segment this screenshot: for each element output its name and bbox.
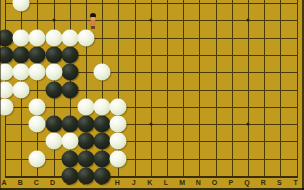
coordinate-label-A: A [1,179,6,186]
white-stone-H3 [110,133,127,150]
player-sprite [88,13,98,29]
black-stone-G2 [94,150,111,167]
coordinate-label-Q: Q [244,179,249,186]
black-stone-E7 [61,64,78,81]
white-stone-D7 [45,64,62,81]
white-stone-F5 [78,98,95,115]
screen-edge-right [302,0,304,190]
star-point-Q4 [247,123,250,126]
coordinate-label-B: B [18,179,23,186]
grid-line-vertical-P [232,0,233,176]
black-stone-G3 [94,133,111,150]
coordinate-label-S: S [277,179,282,186]
grid-line-row-2 [5,159,298,160]
coordinate-label-J: J [132,179,136,186]
white-stone-C4 [29,116,46,133]
coordinate-label-R: R [261,179,266,186]
white-stone-C9 [29,29,46,46]
grid-line-vertical-M [183,0,184,176]
coordinate-label-M: M [179,179,185,186]
grid-line-vertical-L [167,0,168,176]
white-stone-H4 [110,116,127,133]
black-stone-A9 [0,29,14,46]
white-stone-B6 [13,81,30,98]
grid-line-vertical-N [199,0,200,176]
white-stone-D3 [45,133,62,150]
coordinate-label-L: L [164,179,168,186]
black-stone-G4 [94,116,111,133]
coordinate-label-H: H [115,179,120,186]
black-stone-F2 [78,150,95,167]
star-point-Q10 [247,19,250,22]
grid-line-vertical-Q [248,0,249,176]
white-stone-B7 [13,64,30,81]
star-point-K4 [149,123,152,126]
black-stone-F3 [78,133,95,150]
screen-edge-bottom [0,188,304,190]
white-stone-D9 [45,29,62,46]
go-board[interactable]: ABCDEFGHJKLMNOPQRST [0,0,304,190]
black-stone-C8 [29,46,46,63]
white-stone-E9 [61,29,78,46]
white-stone-B9 [13,29,30,46]
white-stone-B11 [13,0,30,12]
coordinate-label-E: E [66,179,71,186]
coordinate-label-G: G [98,179,103,186]
grid-line-row-5 [5,107,298,108]
coordinate-label-F: F [83,179,87,186]
go-app-screen: ABCDEFGHJKLMNOPQRST [0,0,304,190]
white-stone-A5 [0,98,14,115]
black-stone-E2 [61,150,78,167]
black-stone-F4 [78,116,95,133]
white-stone-C2 [29,150,46,167]
grid-line-vertical-O [216,0,217,176]
black-stone-A8 [0,46,14,63]
white-stone-C7 [29,64,46,81]
white-stone-F9 [78,29,95,46]
grid-line-vertical-K [151,0,152,176]
sprite-legs [91,26,95,29]
star-point-D10 [52,19,55,22]
white-stone-E3 [61,133,78,150]
white-stone-A6 [0,81,14,98]
coordinate-label-P: P [228,179,233,186]
black-stone-E8 [61,46,78,63]
coordinate-label-D: D [50,179,55,186]
star-point-K10 [149,19,152,22]
screen-edge-left [0,0,1,190]
black-stone-D4 [45,116,62,133]
coordinate-label-C: C [34,179,39,186]
white-stone-G7 [94,64,111,81]
white-stone-A7 [0,64,14,81]
grid-line-vertical-S [280,0,281,176]
white-stone-H5 [110,98,127,115]
coordinate-label-K: K [147,179,152,186]
black-stone-B8 [13,46,30,63]
black-stone-E4 [61,116,78,133]
coordinate-label-T: T [293,179,297,186]
black-stone-E6 [61,81,78,98]
grid-line-vertical-J [135,0,136,176]
grid-line-row-11 [5,3,298,4]
coordinate-label-N: N [196,179,201,186]
grid-line-vertical-T [297,0,298,176]
white-stone-G5 [94,98,111,115]
coordinate-label-O: O [212,179,217,186]
white-stone-H2 [110,150,127,167]
black-stone-D6 [45,81,62,98]
grid-line-row-1 [5,176,298,178]
black-stone-D8 [45,46,62,63]
white-stone-C5 [29,98,46,115]
grid-line-vertical-R [264,0,265,176]
